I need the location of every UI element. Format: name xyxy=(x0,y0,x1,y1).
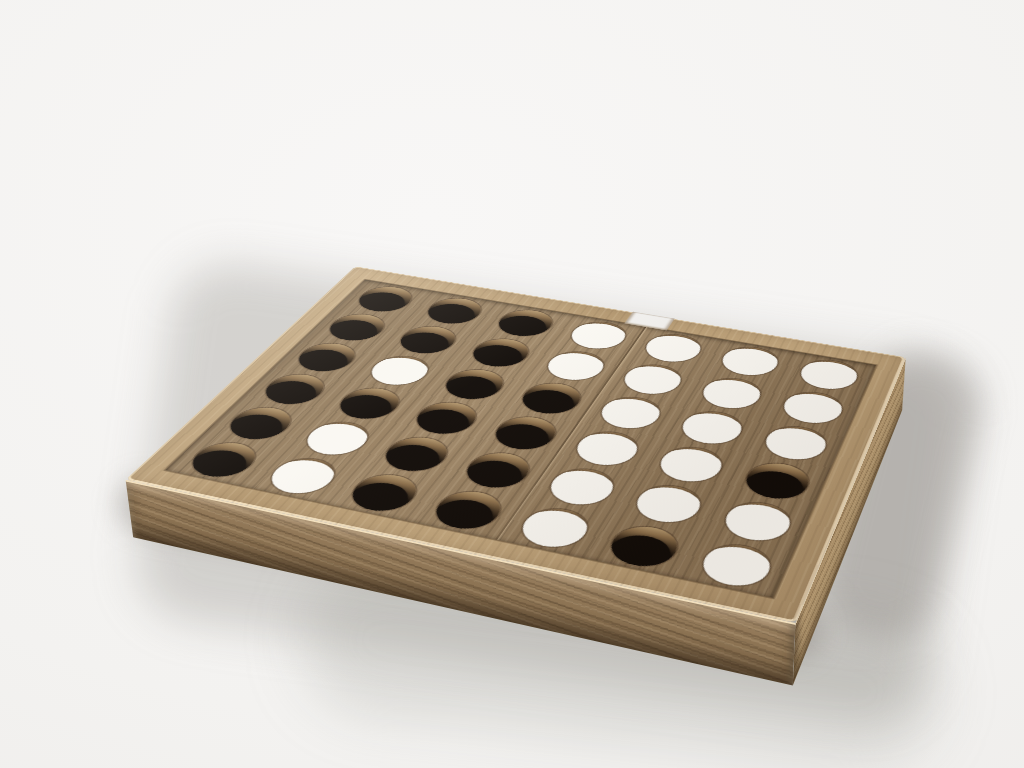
white-disc-hole: ● xyxy=(695,540,777,591)
black-piece: ● xyxy=(742,478,808,491)
white-piece: ● xyxy=(265,469,340,484)
black-piece: ● xyxy=(464,467,526,479)
white-piece: ● xyxy=(777,401,847,415)
white-piece: ● xyxy=(617,374,688,387)
black-piece: ● xyxy=(470,351,525,361)
black-piece: ● xyxy=(433,507,497,520)
white-disc-hole: ● xyxy=(260,454,344,498)
dark-disc-hole: ● xyxy=(289,340,364,375)
black-piece: ● xyxy=(357,297,408,306)
dark-disc-hole: ● xyxy=(321,311,393,344)
white-piece: ● xyxy=(675,421,748,435)
dark-disc-hole: ● xyxy=(181,438,266,480)
white-piece: ● xyxy=(795,369,862,382)
white-piece: ● xyxy=(696,387,766,400)
black-piece: ● xyxy=(398,338,452,348)
scene: ●●●●●●●●●●●●●●●●●●●●●●●●●●●●●●●●●●●●●●●●… xyxy=(0,0,1024,768)
black-piece: ● xyxy=(493,431,553,442)
white-disc-hole: ● xyxy=(362,353,437,389)
white-piece: ● xyxy=(628,496,707,512)
black-piece: ● xyxy=(496,321,550,330)
white-piece: ● xyxy=(718,514,797,531)
white-piece: ● xyxy=(639,343,707,355)
dark-disc-hole: ● xyxy=(602,521,685,570)
black-piece: ● xyxy=(520,396,579,407)
black-piece: ● xyxy=(350,490,412,503)
white-disc-hole: ● xyxy=(297,418,378,459)
dark-disc-hole: ● xyxy=(487,413,564,453)
white-piece: ● xyxy=(300,432,373,446)
white-piece: ● xyxy=(652,458,728,473)
dark-disc-hole: ● xyxy=(330,384,408,422)
white-piece: ● xyxy=(541,480,621,496)
black-piece: ● xyxy=(426,309,479,318)
black-piece: ● xyxy=(297,355,351,365)
dark-disc-hole: ● xyxy=(407,398,484,437)
dark-disc-hole: ● xyxy=(376,433,456,475)
white-disc-hole: ● xyxy=(513,504,596,552)
black-piece: ● xyxy=(191,457,249,469)
dark-disc-hole: ● xyxy=(255,370,333,407)
dark-disc-hole: ● xyxy=(426,487,510,533)
white-piece: ● xyxy=(593,407,666,421)
white-piece: ● xyxy=(568,442,644,457)
black-piece: ● xyxy=(229,421,286,432)
black-piece: ● xyxy=(383,451,443,463)
black-piece: ● xyxy=(338,401,395,412)
dark-disc-hole: ● xyxy=(220,403,301,443)
black-piece: ● xyxy=(328,325,381,334)
white-piece: ● xyxy=(540,360,611,373)
white-disc-hole: ● xyxy=(541,464,621,509)
black-piece: ● xyxy=(264,387,319,398)
white-piece: ● xyxy=(364,365,433,378)
dark-disc-hole: ● xyxy=(392,323,464,357)
black-piece: ● xyxy=(443,382,500,392)
white-piece: ● xyxy=(695,557,777,575)
black-piece: ● xyxy=(608,543,676,557)
white-piece: ● xyxy=(513,520,595,537)
dark-disc-hole: ● xyxy=(437,366,511,403)
black-piece: ● xyxy=(414,416,473,427)
dark-disc-hole: ● xyxy=(342,470,426,515)
dark-disc-hole: ● xyxy=(350,284,419,315)
white-piece: ● xyxy=(716,356,784,368)
white-piece: ● xyxy=(759,436,832,451)
dark-disc-hole: ● xyxy=(457,448,537,491)
game-board: ●●●●●●●●●●●●●●●●●●●●●●●●●●●●●●●●●●●●●●●●… xyxy=(133,315,902,685)
white-piece: ● xyxy=(564,330,633,342)
